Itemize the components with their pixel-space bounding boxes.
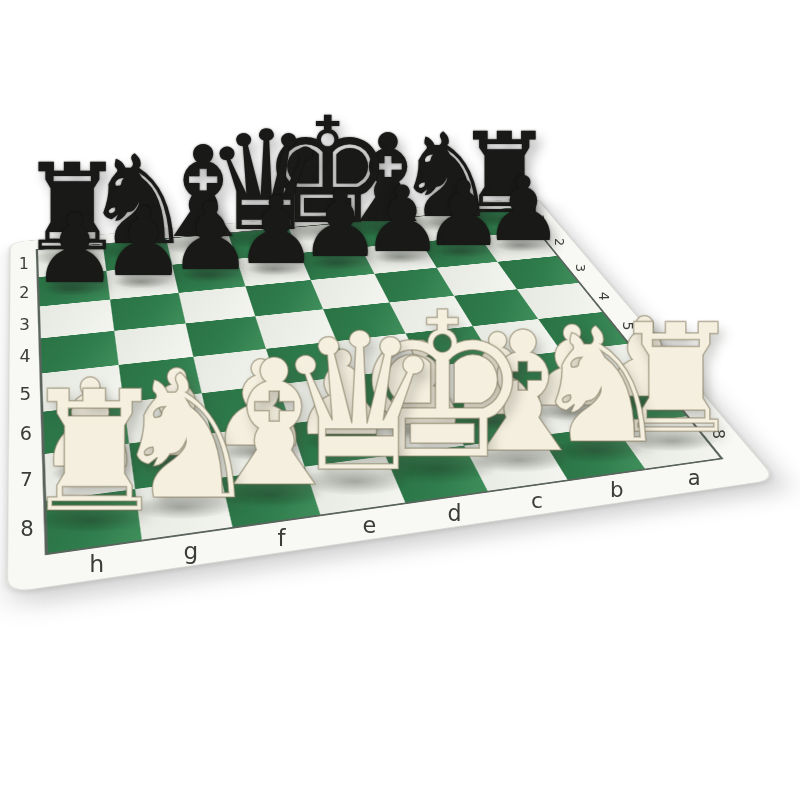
chess-board: [38, 208, 720, 553]
chess-set-photo: 1234567812345678hgfedcba♜♞♝♚♛♟♝♟♞♟♜♟♟♟♟♟…: [0, 0, 800, 800]
